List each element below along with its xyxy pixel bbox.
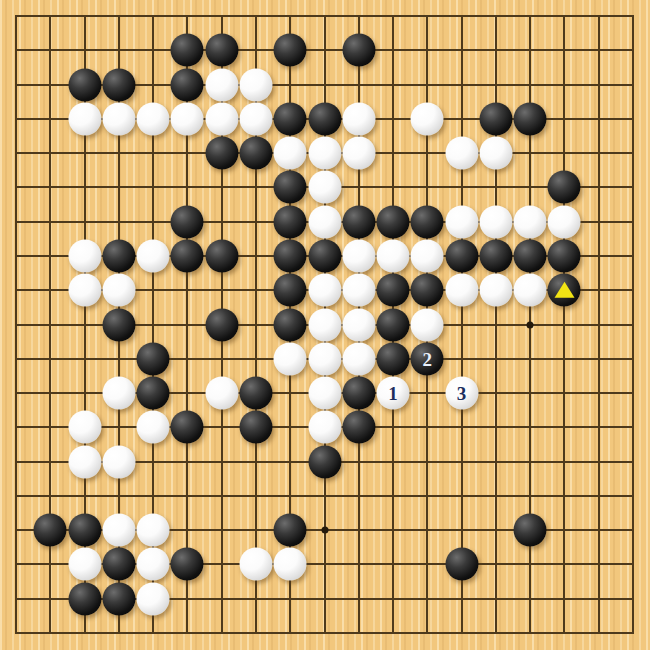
white-stone: [308, 308, 341, 341]
white-stone: [274, 137, 307, 170]
white-stone: [137, 582, 170, 615]
black-stone: [171, 239, 204, 272]
white-stone: [137, 239, 170, 272]
white-stone: [411, 308, 444, 341]
black-stone: [137, 342, 170, 375]
black-stone: [342, 205, 375, 238]
black-stone: [377, 342, 410, 375]
black-stone: [548, 274, 581, 307]
white-stone: [68, 445, 101, 478]
black-stone: [137, 377, 170, 410]
white-stone: [548, 205, 581, 238]
black-stone: [308, 102, 341, 135]
black-stone: [274, 274, 307, 307]
black-stone: [274, 171, 307, 204]
white-stone: [205, 68, 238, 101]
white-stone: [239, 102, 272, 135]
white-stone: [445, 205, 478, 238]
move-number-label: 1: [388, 384, 398, 403]
white-stone: [514, 205, 547, 238]
white-stone: [239, 548, 272, 581]
white-stone: [137, 548, 170, 581]
grid-line-vertical: [461, 15, 463, 634]
move-number-label: 2: [423, 349, 433, 368]
black-stone: [239, 377, 272, 410]
black-stone: [102, 239, 135, 272]
black-stone: [308, 239, 341, 272]
white-stone: [68, 548, 101, 581]
triangle-marker: [554, 282, 574, 298]
black-stone: [514, 514, 547, 547]
white-stone: [171, 102, 204, 135]
white-stone: [377, 239, 410, 272]
black-stone: [514, 102, 547, 135]
white-stone: [308, 411, 341, 444]
white-stone: [137, 102, 170, 135]
move-number-label: 3: [457, 384, 467, 403]
white-stone: [308, 137, 341, 170]
white-stone: [342, 342, 375, 375]
white-stone: [239, 68, 272, 101]
black-stone: [102, 308, 135, 341]
white-stone: [342, 102, 375, 135]
white-stone: [342, 274, 375, 307]
star-point: [527, 321, 534, 328]
black-stone: [239, 137, 272, 170]
white-stone: [514, 274, 547, 307]
black-stone: [68, 68, 101, 101]
black-stone: [68, 582, 101, 615]
white-stone: [479, 137, 512, 170]
black-stone: [479, 102, 512, 135]
white-stone: [308, 342, 341, 375]
black-stone: [274, 308, 307, 341]
white-stone: [342, 308, 375, 341]
white-stone: [205, 377, 238, 410]
black-stone: [171, 411, 204, 444]
go-board[interactable]: 213: [0, 0, 650, 650]
black-stone: [171, 548, 204, 581]
black-stone: [102, 548, 135, 581]
white-stone: [411, 102, 444, 135]
black-stone: [171, 205, 204, 238]
white-stone: [68, 274, 101, 307]
black-stone: [171, 34, 204, 67]
white-stone: [479, 205, 512, 238]
white-stone: [342, 137, 375, 170]
white-stone: [445, 274, 478, 307]
white-stone: [445, 137, 478, 170]
black-stone: [102, 68, 135, 101]
grid-line-vertical: [632, 15, 634, 634]
black-stone: [377, 205, 410, 238]
white-stone: [102, 102, 135, 135]
white-stone: [274, 548, 307, 581]
white-stone: [137, 411, 170, 444]
white-stone: [68, 102, 101, 135]
black-stone: [205, 34, 238, 67]
black-stone: [239, 411, 272, 444]
white-stone: [479, 274, 512, 307]
black-stone: [274, 239, 307, 272]
black-stone: [342, 34, 375, 67]
black-stone: [479, 239, 512, 272]
grid-line-horizontal: [15, 495, 634, 497]
white-stone: [68, 239, 101, 272]
black-stone: [171, 68, 204, 101]
white-stone: 3: [445, 377, 478, 410]
black-stone: [308, 445, 341, 478]
star-point: [321, 527, 328, 534]
white-stone: [308, 274, 341, 307]
black-stone: [274, 514, 307, 547]
black-stone: [411, 274, 444, 307]
black-stone: [548, 171, 581, 204]
black-stone: [377, 308, 410, 341]
black-stone: [514, 239, 547, 272]
black-stone: [102, 582, 135, 615]
black-stone: 2: [411, 342, 444, 375]
black-stone: [274, 205, 307, 238]
black-stone: [342, 411, 375, 444]
white-stone: [342, 239, 375, 272]
black-stone: [274, 102, 307, 135]
white-stone: [274, 342, 307, 375]
grid-line-horizontal: [15, 632, 634, 634]
white-stone: [308, 205, 341, 238]
white-stone: 1: [377, 377, 410, 410]
black-stone: [68, 514, 101, 547]
white-stone: [137, 514, 170, 547]
black-stone: [205, 239, 238, 272]
black-stone: [205, 308, 238, 341]
black-stone: [377, 274, 410, 307]
black-stone: [445, 548, 478, 581]
black-stone: [205, 137, 238, 170]
white-stone: [102, 274, 135, 307]
black-stone: [411, 205, 444, 238]
black-stone: [274, 34, 307, 67]
white-stone: [308, 377, 341, 410]
white-stone: [411, 239, 444, 272]
white-stone: [308, 171, 341, 204]
white-stone: [102, 445, 135, 478]
white-stone: [68, 411, 101, 444]
black-stone: [548, 239, 581, 272]
black-stone: [342, 377, 375, 410]
black-stone: [445, 239, 478, 272]
white-stone: [102, 514, 135, 547]
black-stone: [34, 514, 67, 547]
white-stone: [102, 377, 135, 410]
grid-line-vertical: [563, 15, 565, 634]
grid-line-vertical: [598, 15, 600, 634]
white-stone: [205, 102, 238, 135]
